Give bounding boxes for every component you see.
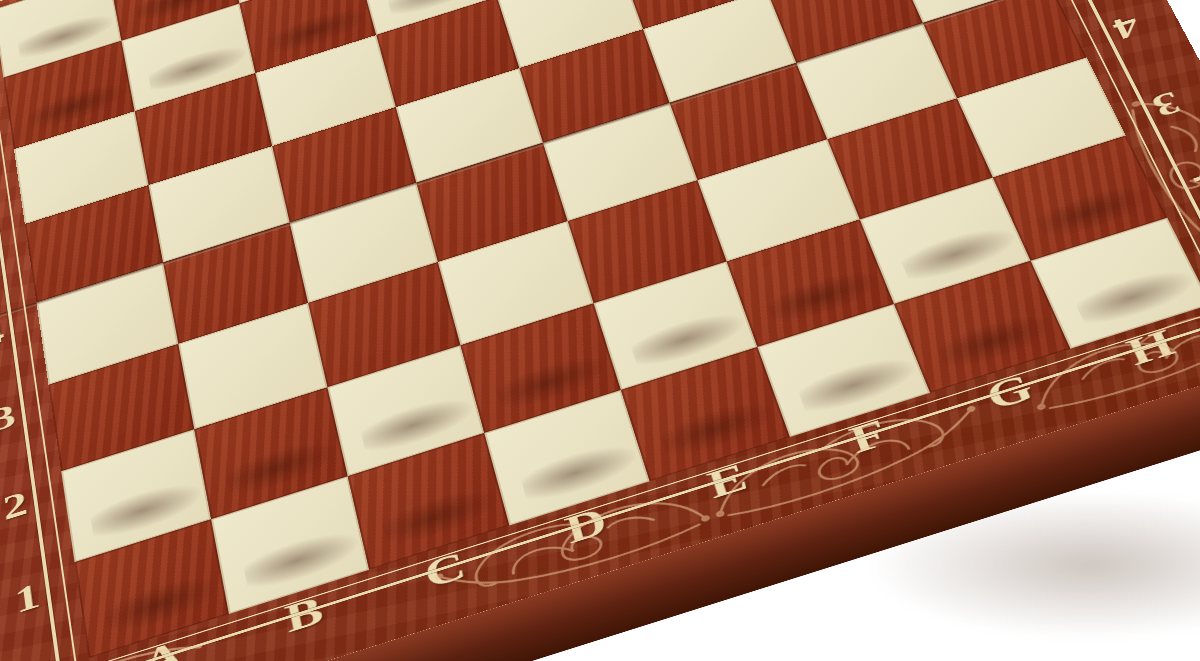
- black-pawn-glyph: ♟: [11, 0, 131, 114]
- scene: ♜♞♝♛♚♝♞♜♟♟♟♟♟♟♟♟♟♟♟♟♟♟♟♟♜♞♝♛♚♝♞♜ ABCDEFG…: [0, 0, 1200, 661]
- chess-set-photo: ♜♞♝♛♚♝♞♜♟♟♟♟♟♟♟♟♟♟♟♟♟♟♟♟♜♞♝♛♚♝♞♜ ABCDEFG…: [0, 0, 1200, 661]
- chess-board: ♜♞♝♛♚♝♞♜♟♟♟♟♟♟♟♟♟♟♟♟♟♟♟♟♜♞♝♛♚♝♞♜ ABCDEFG…: [0, 0, 1200, 661]
